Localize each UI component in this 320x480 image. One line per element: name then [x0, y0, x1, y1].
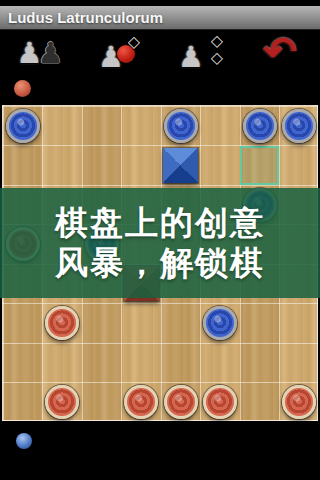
blue-captured-indicator: [16, 433, 32, 449]
piece-blue-dux[interactable]: [163, 148, 198, 183]
promo-text-line1: 棋盘上的创意: [55, 203, 265, 243]
promo-text-line2: 风暴，解锁棋: [55, 243, 265, 283]
two-players-icon: ♟♟: [17, 39, 64, 68]
undo-icon: ↶: [263, 31, 297, 71]
undo-button[interactable]: ↶: [240, 30, 320, 76]
app-title: Ludus Latrunculorum: [0, 6, 320, 29]
red-captured-indicator: [14, 80, 31, 97]
piece-blue-soldier[interactable]: [6, 109, 40, 143]
piece-blue-soldier[interactable]: [164, 109, 198, 143]
piece-red-soldier[interactable]: [164, 385, 198, 419]
piece-red-soldier[interactable]: [124, 385, 158, 419]
player-vs-red-button[interactable]: ♟ ◇: [80, 30, 160, 76]
piece-red-soldier[interactable]: [203, 385, 237, 419]
piece-red-soldier[interactable]: [45, 385, 79, 419]
piece-blue-soldier[interactable]: [282, 109, 316, 143]
piece-blue-soldier[interactable]: [203, 306, 237, 340]
player-vs-red-icon: ♟ ◇: [96, 32, 144, 74]
piece-blue-soldier[interactable]: [243, 109, 277, 143]
toolbar: ♟♟ ♟ ◇ ♟ ◇ ◇ ↶: [0, 30, 320, 76]
piece-red-soldier[interactable]: [45, 306, 79, 340]
piece-red-soldier[interactable]: [282, 385, 316, 419]
two-players-button[interactable]: ♟♟: [0, 30, 80, 76]
promo-overlay: 棋盘上的创意 风暴，解锁棋: [0, 188, 320, 298]
highlighted-square[interactable]: [240, 146, 279, 185]
player-vs-pieces-icon: ♟ ◇ ◇: [176, 32, 224, 74]
app-screen: Ludus Latrunculorum ♟♟ ♟ ◇ ♟ ◇ ◇ ↶: [0, 0, 320, 480]
title-bar: Ludus Latrunculorum: [0, 6, 320, 30]
player-vs-pieces-button[interactable]: ♟ ◇ ◇: [160, 30, 240, 76]
